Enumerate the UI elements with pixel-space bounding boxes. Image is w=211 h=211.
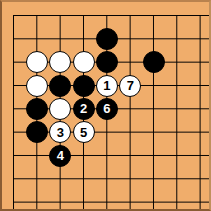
white-stone (26, 51, 48, 73)
move-stone-2: 2 (73, 98, 95, 120)
move-stone-7: 7 (119, 75, 141, 97)
white-stone (49, 51, 71, 73)
black-stone (73, 75, 95, 97)
black-stone (26, 121, 48, 143)
black-stone (49, 75, 71, 97)
go-board: 1726354 (0, 0, 211, 211)
move-number: 2 (80, 102, 87, 115)
move-number: 4 (57, 149, 64, 162)
white-stone (26, 75, 48, 97)
white-stone (49, 98, 71, 120)
black-stone (26, 98, 48, 120)
move-number: 5 (80, 126, 87, 139)
move-number: 6 (103, 102, 110, 115)
move-stone-3: 3 (49, 121, 71, 143)
move-stone-1: 1 (96, 75, 118, 97)
black-stone (96, 28, 118, 50)
black-stone (143, 51, 165, 73)
move-stone-4: 4 (49, 145, 71, 167)
white-stone (73, 51, 95, 73)
move-number: 3 (57, 126, 64, 139)
move-stone-6: 6 (96, 98, 118, 120)
board-grid: 1726354 (2, 4, 211, 211)
move-number: 1 (103, 79, 110, 92)
move-stone-5: 5 (73, 121, 95, 143)
move-number: 7 (127, 79, 134, 92)
black-stone (96, 51, 118, 73)
